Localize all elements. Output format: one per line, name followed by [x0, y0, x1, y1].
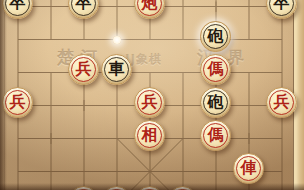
piece-卒-black[interactable]: 卒 — [68, 0, 99, 19]
piece-glyph: 俥 — [241, 160, 257, 176]
piece-glyph: 傌 — [208, 61, 224, 77]
piece-glyph: 卒 — [10, 0, 26, 11]
piece-glyph: 相 — [142, 127, 158, 143]
xiangqi-app-screen: 楚河 汉界 JJ象棋 卒卒炮卒砲兵車傌兵兵砲兵相傌俥相仕帥仕 — [0, 0, 304, 190]
piece-相-red[interactable]: 相 — [134, 120, 165, 151]
piece-傌-red[interactable]: 傌 — [200, 54, 231, 85]
piece-卒-black[interactable]: 卒 — [2, 0, 33, 19]
piece-glyph: 卒 — [76, 0, 92, 11]
piece-砲-black[interactable]: 砲 — [200, 87, 231, 118]
piece-俥-red[interactable]: 俥 — [233, 153, 264, 184]
piece-glyph: 傌 — [208, 127, 224, 143]
piece-glyph: 兵 — [76, 61, 92, 77]
piece-相-red[interactable]: 相 — [68, 186, 99, 190]
piece-仕-red[interactable]: 仕 — [167, 186, 198, 190]
piece-glyph: 砲 — [208, 28, 224, 44]
move-indicator-dot[interactable] — [113, 36, 121, 44]
piece-兵-red[interactable]: 兵 — [266, 87, 297, 118]
piece-glyph: 兵 — [10, 94, 26, 110]
piece-兵-red[interactable]: 兵 — [134, 87, 165, 118]
piece-glyph: 兵 — [274, 94, 290, 110]
piece-glyph: 炮 — [142, 0, 158, 11]
piece-仕-red[interactable]: 仕 — [101, 186, 132, 190]
xiangqi-board[interactable]: 卒卒炮卒砲兵車傌兵兵砲兵相傌俥相仕帥仕 — [1, 0, 298, 190]
piece-glyph: 車 — [109, 61, 125, 77]
piece-glyph: 卒 — [274, 0, 290, 11]
piece-帥-red[interactable]: 帥 — [134, 186, 165, 190]
piece-車-black[interactable]: 車 — [101, 54, 132, 85]
piece-砲-black[interactable]: 砲 — [200, 21, 231, 52]
piece-傌-red[interactable]: 傌 — [200, 120, 231, 151]
piece-兵-red[interactable]: 兵 — [68, 54, 99, 85]
piece-glyph: 砲 — [208, 94, 224, 110]
piece-glyph: 兵 — [142, 94, 158, 110]
piece-炮-red[interactable]: 炮 — [134, 0, 165, 19]
piece-兵-red[interactable]: 兵 — [2, 87, 33, 118]
piece-卒-black[interactable]: 卒 — [266, 0, 297, 19]
